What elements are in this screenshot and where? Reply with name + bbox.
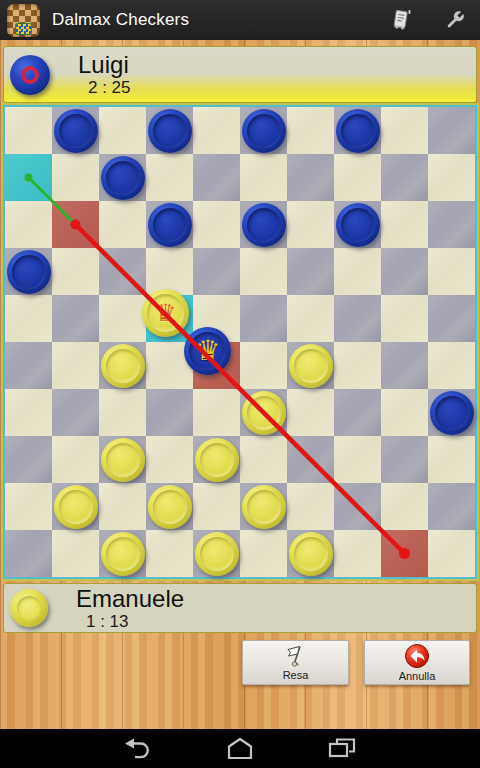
square-r9c2[interactable] (99, 530, 146, 577)
square-r0c8 (381, 107, 428, 154)
square-r0c7[interactable] (334, 107, 381, 154)
square-r3c6[interactable] (287, 248, 334, 295)
yellow-king-crown-icon: ♛ (142, 289, 189, 337)
square-r4c8 (381, 295, 428, 342)
hint-icon[interactable] (389, 7, 415, 33)
square-r5c6[interactable] (287, 342, 334, 389)
yellow-man-piece[interactable] (242, 485, 286, 529)
square-r3c7 (334, 248, 381, 295)
square-r2c8 (381, 201, 428, 248)
blue-man-piece[interactable] (430, 391, 474, 435)
square-r7c9 (428, 436, 475, 483)
blue-king-crown-icon: ♛ (184, 327, 231, 375)
recents-icon[interactable] (327, 736, 357, 762)
yellow-man-piece[interactable] (242, 391, 286, 435)
square-r8c7[interactable] (334, 483, 381, 530)
square-r3c0[interactable] (5, 248, 52, 295)
yellow-man-piece[interactable] (101, 344, 145, 388)
square-r2c6 (287, 201, 334, 248)
square-r5c7 (334, 342, 381, 389)
square-r2c9[interactable] (428, 201, 475, 248)
square-r6c3[interactable] (146, 389, 193, 436)
square-r5c4[interactable]: ♛ (193, 342, 240, 389)
yellow-king-piece[interactable]: ♛ (142, 289, 189, 337)
player-name-top: Luigi (78, 52, 131, 78)
blue-man-piece[interactable] (242, 109, 286, 153)
square-r1c7 (334, 154, 381, 201)
square-r8c5[interactable] (240, 483, 287, 530)
undo-button-label: Annulla (399, 670, 436, 682)
square-r1c8[interactable] (381, 154, 428, 201)
yellow-man-piece[interactable] (195, 532, 239, 576)
square-r8c2 (99, 483, 146, 530)
blue-man-piece[interactable] (148, 203, 192, 247)
home-icon[interactable] (225, 736, 255, 762)
square-r9c9 (428, 530, 475, 577)
square-r3c5 (240, 248, 287, 295)
square-r9c1 (52, 530, 99, 577)
app-icon (7, 4, 40, 37)
yellow-man-piece[interactable] (101, 438, 145, 482)
square-r8c6 (287, 483, 334, 530)
square-r1c0[interactable] (5, 154, 52, 201)
square-r6c4 (193, 389, 240, 436)
player-name-bottom: Emanuele (76, 586, 184, 612)
square-r9c6[interactable] (287, 530, 334, 577)
square-r5c8[interactable] (381, 342, 428, 389)
blue-player-piece-icon (10, 55, 50, 95)
square-r2c4 (193, 201, 240, 248)
square-r8c3[interactable] (146, 483, 193, 530)
yellow-man-piece[interactable] (195, 438, 239, 482)
square-r7c0[interactable] (5, 436, 52, 483)
player-bar-top: Luigi 2 : 25 (3, 46, 477, 103)
square-r0c9[interactable] (428, 107, 475, 154)
square-r0c4 (193, 107, 240, 154)
blue-man-piece[interactable] (101, 156, 145, 200)
player-time-top: 2 : 25 (78, 78, 131, 97)
blue-man-piece[interactable] (7, 250, 51, 294)
square-r4c7[interactable] (334, 295, 381, 342)
white-flag-icon (283, 644, 309, 668)
blue-man-piece[interactable] (336, 109, 380, 153)
square-r3c8[interactable] (381, 248, 428, 295)
square-r6c1[interactable] (52, 389, 99, 436)
square-r7c4[interactable] (193, 436, 240, 483)
android-nav-bar (0, 729, 480, 768)
square-r6c8 (381, 389, 428, 436)
square-r7c2[interactable] (99, 436, 146, 483)
square-r4c9[interactable] (428, 295, 475, 342)
square-r4c2 (99, 295, 146, 342)
blue-man-piece[interactable] (148, 109, 192, 153)
square-r8c0 (5, 483, 52, 530)
settings-wrench-icon[interactable] (442, 7, 468, 33)
action-bar: Dalmax Checkers (0, 0, 480, 40)
square-r3c4[interactable] (193, 248, 240, 295)
blue-man-piece[interactable] (54, 109, 98, 153)
square-r1c9 (428, 154, 475, 201)
square-r5c1 (52, 342, 99, 389)
square-r0c0 (5, 107, 52, 154)
square-r4c0 (5, 295, 52, 342)
square-r9c8[interactable] (381, 530, 428, 577)
square-r5c2[interactable] (99, 342, 146, 389)
square-r9c7 (334, 530, 381, 577)
square-r2c3[interactable] (146, 201, 193, 248)
player-time-bottom: 1 : 13 (76, 612, 184, 631)
square-r3c2[interactable] (99, 248, 146, 295)
blue-man-piece[interactable] (242, 203, 286, 247)
checkers-board[interactable]: ♛♛ (5, 107, 475, 577)
square-r0c5[interactable] (240, 107, 287, 154)
square-r5c9 (428, 342, 475, 389)
square-r6c2 (99, 389, 146, 436)
square-r6c5[interactable] (240, 389, 287, 436)
yellow-man-piece[interactable] (148, 485, 192, 529)
yellow-man-piece[interactable] (289, 344, 333, 388)
square-r7c3 (146, 436, 193, 483)
square-r9c0[interactable] (5, 530, 52, 577)
action-bar-buttons (389, 7, 468, 33)
square-r1c2[interactable] (99, 154, 146, 201)
square-r0c3[interactable] (146, 107, 193, 154)
square-r0c1[interactable] (52, 107, 99, 154)
square-r4c1[interactable] (52, 295, 99, 342)
square-r2c0 (5, 201, 52, 248)
resign-button-label: Resa (283, 669, 309, 681)
square-r1c5 (240, 154, 287, 201)
square-r4c6 (287, 295, 334, 342)
yellow-man-piece[interactable] (54, 485, 98, 529)
square-r7c1 (52, 436, 99, 483)
resign-button[interactable]: Resa (242, 640, 349, 685)
square-r0c6 (287, 107, 334, 154)
square-r2c5[interactable] (240, 201, 287, 248)
square-r9c5 (240, 530, 287, 577)
square-r1c6[interactable] (287, 154, 334, 201)
square-r8c8 (381, 483, 428, 530)
square-r5c0[interactable] (5, 342, 52, 389)
square-r2c7[interactable] (334, 201, 381, 248)
square-r1c3 (146, 154, 193, 201)
square-r7c5 (240, 436, 287, 483)
yellow-man-piece[interactable] (101, 532, 145, 576)
back-icon[interactable] (122, 736, 152, 762)
square-r7c8[interactable] (381, 436, 428, 483)
square-r1c4[interactable] (193, 154, 240, 201)
player-bar-bottom: Emanuele 1 : 13 (3, 583, 477, 633)
square-r4c5[interactable] (240, 295, 287, 342)
app-title: Dalmax Checkers (52, 10, 189, 30)
square-r5c5 (240, 342, 287, 389)
square-r9c4[interactable] (193, 530, 240, 577)
square-r7c7 (334, 436, 381, 483)
square-r6c6 (287, 389, 334, 436)
square-r6c7[interactable] (334, 389, 381, 436)
blue-king-piece[interactable]: ♛ (184, 327, 231, 375)
undo-button[interactable]: Annulla (364, 640, 470, 685)
square-r8c9[interactable] (428, 483, 475, 530)
square-r8c4 (193, 483, 240, 530)
square-r2c2 (99, 201, 146, 248)
square-r8c1[interactable] (52, 483, 99, 530)
square-r6c0 (5, 389, 52, 436)
yellow-man-piece[interactable] (289, 532, 333, 576)
square-r7c6[interactable] (287, 436, 334, 483)
undo-red-arrow-icon (404, 643, 430, 669)
square-r6c9[interactable] (428, 389, 475, 436)
square-r1c1 (52, 154, 99, 201)
square-r3c9 (428, 248, 475, 295)
dalmax-checkers-screen: Dalmax Checkers (0, 0, 480, 768)
square-r3c1 (52, 248, 99, 295)
square-r0c2 (99, 107, 146, 154)
square-r9c3 (146, 530, 193, 577)
yellow-player-piece-icon (10, 589, 48, 627)
square-r2c1[interactable] (52, 201, 99, 248)
blue-man-piece[interactable] (336, 203, 380, 247)
